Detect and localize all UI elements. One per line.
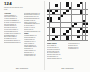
clue-column-1: ACROSS 1 Chirpy songbird (4)5 Overseas v… <box>4 13 22 67</box>
clue-line: 46 Seaside warning light (10) <box>24 31 42 33</box>
across-clues-list-1: 1 Chirpy songbird (4)5 Overseas voyage (… <box>4 15 22 44</box>
crossword-grid[interactable] <box>47 2 89 41</box>
clue-line: 14 Item of cutlery (5) <box>24 55 42 57</box>
left-page: 124 Complete the grid using the clues be… <box>0 0 44 72</box>
puzzle-instructions: Complete the grid using the clues below. <box>4 7 26 10</box>
clue-line: 28 Narrow mountain pass (7) <box>4 42 22 44</box>
down-clues-list-2: 15 Sly animal (3)16 Polar covering (3)21… <box>47 45 66 59</box>
down-continued-column-2: 34 Evening meal (6)36 Noble gas (5)38 Sh… <box>68 43 88 66</box>
white-cell[interactable] <box>86 38 88 40</box>
left-page-footer: Easy Crosswords <box>0 68 44 70</box>
clue-line: 40 Garden tool (4) <box>68 48 88 50</box>
puzzle-number: 124 <box>4 2 28 6</box>
right-page-footer: Easy Crosswords <box>45 68 90 70</box>
puzzle-header: 124 Complete the grid using the clues be… <box>4 2 28 10</box>
clue-column-2: 30 Fragrant spring flower (5)32 Long ben… <box>24 13 42 67</box>
down-clues-list-3: 34 Evening meal (6)36 Noble gas (5)38 Sh… <box>68 43 88 50</box>
right-page: DOWN contd. 15 Sly animal (3)16 Polar co… <box>45 0 90 72</box>
across-clues-list-2: 30 Fragrant spring flower (5)32 Long ben… <box>24 13 42 33</box>
down-continued-column-1: DOWN contd. 15 Sly animal (3)16 Polar co… <box>47 43 66 66</box>
down-clues-list-1: 1 Morning moisture (3)2 Travelling show … <box>24 35 42 56</box>
clue-line: 31 Busy stinging insect (3) <box>47 58 66 60</box>
